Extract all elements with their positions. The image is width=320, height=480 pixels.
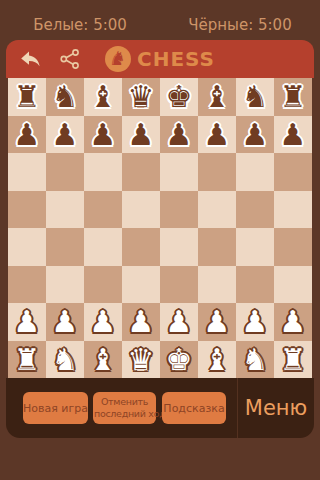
piece-black-king[interactable]: ♚ bbox=[160, 78, 198, 116]
square-c1[interactable]: ♝ bbox=[84, 341, 122, 379]
square-c8[interactable]: ♝ bbox=[84, 78, 122, 116]
share-button[interactable] bbox=[56, 47, 84, 73]
piece-white-pawn[interactable]: ♟ bbox=[8, 303, 46, 341]
square-b2[interactable]: ♟ bbox=[46, 303, 84, 341]
piece-white-knight[interactable]: ♞ bbox=[46, 341, 84, 379]
app-title: CHESS bbox=[137, 47, 215, 71]
piece-white-pawn[interactable]: ♟ bbox=[198, 303, 236, 341]
square-b4[interactable] bbox=[46, 228, 84, 266]
square-f6[interactable] bbox=[198, 153, 236, 191]
piece-black-queen[interactable]: ♛ bbox=[122, 78, 160, 116]
square-h8[interactable]: ♜ bbox=[274, 78, 312, 116]
square-d7[interactable]: ♟ bbox=[122, 116, 160, 154]
square-g4[interactable] bbox=[236, 228, 274, 266]
square-e2[interactable]: ♟ bbox=[160, 303, 198, 341]
square-g5[interactable] bbox=[236, 191, 274, 229]
square-a2[interactable]: ♟ bbox=[8, 303, 46, 341]
undo-last-move-button[interactable]: Отменить последний ход bbox=[93, 392, 156, 424]
hint-button[interactable]: Подсказка bbox=[162, 392, 226, 424]
piece-white-pawn[interactable]: ♟ bbox=[46, 303, 84, 341]
undo-button-line2: последний ход bbox=[94, 408, 155, 420]
square-h2[interactable]: ♟ bbox=[274, 303, 312, 341]
square-e5[interactable] bbox=[160, 191, 198, 229]
square-d1[interactable]: ♛ bbox=[122, 341, 160, 379]
piece-black-pawn[interactable]: ♟ bbox=[160, 116, 198, 154]
square-e8[interactable]: ♚ bbox=[160, 78, 198, 116]
square-d6[interactable] bbox=[122, 153, 160, 191]
square-e1[interactable]: ♚ bbox=[160, 341, 198, 379]
square-d5[interactable] bbox=[122, 191, 160, 229]
piece-black-knight[interactable]: ♞ bbox=[46, 78, 84, 116]
square-c6[interactable] bbox=[84, 153, 122, 191]
piece-white-pawn[interactable]: ♟ bbox=[122, 303, 160, 341]
square-h1[interactable]: ♜ bbox=[274, 341, 312, 379]
square-a8[interactable]: ♜ bbox=[8, 78, 46, 116]
square-a1[interactable]: ♜ bbox=[8, 341, 46, 379]
piece-white-bishop[interactable]: ♝ bbox=[198, 341, 236, 379]
piece-black-knight[interactable]: ♞ bbox=[236, 78, 274, 116]
piece-white-bishop[interactable]: ♝ bbox=[84, 341, 122, 379]
square-f8[interactable]: ♝ bbox=[198, 78, 236, 116]
black-clock: Чёрные: 5:00 bbox=[160, 14, 320, 36]
square-a5[interactable] bbox=[8, 191, 46, 229]
square-c5[interactable] bbox=[84, 191, 122, 229]
piece-black-pawn[interactable]: ♟ bbox=[198, 116, 236, 154]
bottom-toolbar: Новая игра Отменить последний ход Подска… bbox=[6, 378, 314, 438]
square-d2[interactable]: ♟ bbox=[122, 303, 160, 341]
piece-white-king[interactable]: ♚ bbox=[160, 341, 198, 379]
square-h4[interactable] bbox=[274, 228, 312, 266]
square-c3[interactable] bbox=[84, 266, 122, 304]
back-arrow-icon bbox=[17, 47, 43, 71]
piece-black-pawn[interactable]: ♟ bbox=[46, 116, 84, 154]
app-screen: Белые: 5:00 Чёрные: 5:00 bbox=[0, 0, 320, 480]
square-e4[interactable] bbox=[160, 228, 198, 266]
piece-black-rook[interactable]: ♜ bbox=[8, 78, 46, 116]
new-game-button[interactable]: Новая игра bbox=[23, 392, 88, 424]
menu-button[interactable]: Меню bbox=[238, 378, 314, 438]
square-d8[interactable]: ♛ bbox=[122, 78, 160, 116]
piece-white-pawn[interactable]: ♟ bbox=[84, 303, 122, 341]
piece-white-knight[interactable]: ♞ bbox=[236, 341, 274, 379]
square-b8[interactable]: ♞ bbox=[46, 78, 84, 116]
piece-black-rook[interactable]: ♜ bbox=[274, 78, 312, 116]
piece-white-pawn[interactable]: ♟ bbox=[160, 303, 198, 341]
square-f1[interactable]: ♝ bbox=[198, 341, 236, 379]
square-g3[interactable] bbox=[236, 266, 274, 304]
piece-black-pawn[interactable]: ♟ bbox=[236, 116, 274, 154]
square-a7[interactable]: ♟ bbox=[8, 116, 46, 154]
undo-button-line1: Отменить bbox=[94, 396, 155, 408]
share-icon bbox=[57, 47, 83, 71]
square-f3[interactable] bbox=[198, 266, 236, 304]
square-h7[interactable]: ♟ bbox=[274, 116, 312, 154]
square-g1[interactable]: ♞ bbox=[236, 341, 274, 379]
piece-white-queen[interactable]: ♛ bbox=[122, 341, 160, 379]
piece-white-pawn[interactable]: ♟ bbox=[274, 303, 312, 341]
piece-black-bishop[interactable]: ♝ bbox=[84, 78, 122, 116]
square-b1[interactable]: ♞ bbox=[46, 341, 84, 379]
square-g2[interactable]: ♟ bbox=[236, 303, 274, 341]
square-f5[interactable] bbox=[198, 191, 236, 229]
square-h6[interactable] bbox=[274, 153, 312, 191]
piece-black-bishop[interactable]: ♝ bbox=[198, 78, 236, 116]
header-bar: ♞ CHESS bbox=[6, 40, 314, 78]
square-b3[interactable] bbox=[46, 266, 84, 304]
square-b6[interactable] bbox=[46, 153, 84, 191]
square-f2[interactable]: ♟ bbox=[198, 303, 236, 341]
square-a4[interactable] bbox=[8, 228, 46, 266]
piece-black-pawn[interactable]: ♟ bbox=[122, 116, 160, 154]
square-b7[interactable]: ♟ bbox=[46, 116, 84, 154]
piece-white-pawn[interactable]: ♟ bbox=[236, 303, 274, 341]
square-g6[interactable] bbox=[236, 153, 274, 191]
square-a6[interactable] bbox=[8, 153, 46, 191]
square-g7[interactable]: ♟ bbox=[236, 116, 274, 154]
square-e7[interactable]: ♟ bbox=[160, 116, 198, 154]
square-h5[interactable] bbox=[274, 191, 312, 229]
back-button[interactable] bbox=[16, 47, 44, 73]
square-a3[interactable] bbox=[8, 266, 46, 304]
game-card: ♞ CHESS ♜♞♝♛♚♝♞♜♟♟♟♟♟♟♟♟♟♟♟♟♟♟♟♟♜♞♝♛♚♝♞♜… bbox=[6, 40, 314, 438]
knight-circle-icon: ♞ bbox=[105, 46, 131, 72]
chess-board: ♜♞♝♛♚♝♞♜♟♟♟♟♟♟♟♟♟♟♟♟♟♟♟♟♜♞♝♛♚♝♞♜ bbox=[8, 78, 312, 378]
square-g8[interactable]: ♞ bbox=[236, 78, 274, 116]
app-logo: ♞ CHESS bbox=[6, 40, 314, 78]
square-f4[interactable] bbox=[198, 228, 236, 266]
square-c7[interactable]: ♟ bbox=[84, 116, 122, 154]
square-d4[interactable] bbox=[122, 228, 160, 266]
square-f7[interactable]: ♟ bbox=[198, 116, 236, 154]
piece-black-pawn[interactable]: ♟ bbox=[274, 116, 312, 154]
square-b5[interactable] bbox=[46, 191, 84, 229]
square-c4[interactable] bbox=[84, 228, 122, 266]
square-c2[interactable]: ♟ bbox=[84, 303, 122, 341]
white-clock: Белые: 5:00 bbox=[0, 14, 160, 36]
piece-white-rook[interactable]: ♜ bbox=[8, 341, 46, 379]
square-h3[interactable] bbox=[274, 266, 312, 304]
piece-black-pawn[interactable]: ♟ bbox=[84, 116, 122, 154]
square-e3[interactable] bbox=[160, 266, 198, 304]
square-e6[interactable] bbox=[160, 153, 198, 191]
clock-row: Белые: 5:00 Чёрные: 5:00 bbox=[0, 14, 320, 36]
piece-white-rook[interactable]: ♜ bbox=[274, 341, 312, 379]
piece-black-pawn[interactable]: ♟ bbox=[8, 116, 46, 154]
square-d3[interactable] bbox=[122, 266, 160, 304]
